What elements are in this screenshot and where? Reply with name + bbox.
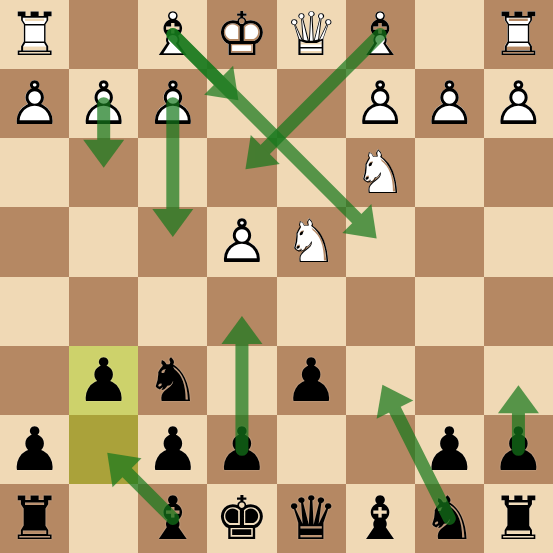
- piece-white-knight-c3[interactable]: ♞♘: [346, 138, 415, 207]
- square-b8[interactable]: ♞: [415, 484, 484, 553]
- square-c5[interactable]: [346, 277, 415, 346]
- chess-board: ♜♖♝♗♚♔♛♕♝♗♜♖♟♙♟♙♟♙♟♙♟♙♟♙♞♘♟♙♞♘♟♞♟♟♟♟♟♟♜♝…: [0, 0, 553, 553]
- square-f2[interactable]: ♟♙: [138, 69, 207, 138]
- square-c4[interactable]: [346, 207, 415, 276]
- piece-white-bishop-c1[interactable]: ♝♗: [346, 0, 415, 69]
- piece-white-pawn-a2[interactable]: ♟♙: [484, 69, 553, 138]
- square-f6[interactable]: ♞: [138, 346, 207, 415]
- square-c6[interactable]: [346, 346, 415, 415]
- piece-black-pawn-g6[interactable]: ♟: [69, 346, 138, 415]
- square-b7[interactable]: ♟: [415, 415, 484, 484]
- square-d6[interactable]: ♟: [277, 346, 346, 415]
- piece-black-rook-h8[interactable]: ♜: [0, 484, 69, 553]
- piece-black-rook-a8[interactable]: ♜: [484, 484, 553, 553]
- square-c3[interactable]: ♞♘: [346, 138, 415, 207]
- piece-black-pawn-b7[interactable]: ♟: [415, 415, 484, 484]
- square-a7[interactable]: ♟: [484, 415, 553, 484]
- piece-black-pawn-f7[interactable]: ♟: [138, 415, 207, 484]
- piece-black-bishop-f8[interactable]: ♝: [138, 484, 207, 553]
- square-a5[interactable]: [484, 277, 553, 346]
- piece-black-queen-d8[interactable]: ♛: [277, 484, 346, 553]
- piece-white-rook-h1[interactable]: ♜♖: [0, 0, 69, 69]
- square-e4[interactable]: ♟♙: [207, 207, 276, 276]
- piece-white-king-e1[interactable]: ♚♔: [207, 0, 276, 69]
- square-c7[interactable]: [346, 415, 415, 484]
- square-e7[interactable]: ♟: [207, 415, 276, 484]
- square-a8[interactable]: ♜: [484, 484, 553, 553]
- square-d2[interactable]: [277, 69, 346, 138]
- piece-white-queen-d1[interactable]: ♛♕: [277, 0, 346, 69]
- square-b4[interactable]: [415, 207, 484, 276]
- piece-black-knight-b8[interactable]: ♞: [415, 484, 484, 553]
- piece-black-bishop-c8[interactable]: ♝: [346, 484, 415, 553]
- square-g1[interactable]: [69, 0, 138, 69]
- square-b3[interactable]: [415, 138, 484, 207]
- piece-white-knight-d4[interactable]: ♞♘: [277, 207, 346, 276]
- square-h5[interactable]: [0, 277, 69, 346]
- square-a1[interactable]: ♜♖: [484, 0, 553, 69]
- piece-white-bishop-f1[interactable]: ♝♗: [138, 0, 207, 69]
- square-d1[interactable]: ♛♕: [277, 0, 346, 69]
- square-f1[interactable]: ♝♗: [138, 0, 207, 69]
- square-d5[interactable]: [277, 277, 346, 346]
- square-g2[interactable]: ♟♙: [69, 69, 138, 138]
- square-h7[interactable]: ♟: [0, 415, 69, 484]
- square-c1[interactable]: ♝♗: [346, 0, 415, 69]
- square-d7[interactable]: [277, 415, 346, 484]
- square-e3[interactable]: [207, 138, 276, 207]
- square-h1[interactable]: ♜♖: [0, 0, 69, 69]
- square-g3[interactable]: [69, 138, 138, 207]
- square-a4[interactable]: [484, 207, 553, 276]
- piece-black-pawn-a7[interactable]: ♟: [484, 415, 553, 484]
- square-a2[interactable]: ♟♙: [484, 69, 553, 138]
- square-a6[interactable]: [484, 346, 553, 415]
- square-g4[interactable]: [69, 207, 138, 276]
- piece-white-pawn-b2[interactable]: ♟♙: [415, 69, 484, 138]
- piece-black-knight-f6[interactable]: ♞: [138, 346, 207, 415]
- square-e6[interactable]: [207, 346, 276, 415]
- square-d8[interactable]: ♛: [277, 484, 346, 553]
- piece-white-pawn-c2[interactable]: ♟♙: [346, 69, 415, 138]
- piece-black-king-e8[interactable]: ♚: [207, 484, 276, 553]
- square-c8[interactable]: ♝: [346, 484, 415, 553]
- square-g8[interactable]: [69, 484, 138, 553]
- square-b1[interactable]: [415, 0, 484, 69]
- square-h3[interactable]: [0, 138, 69, 207]
- square-g7[interactable]: [69, 415, 138, 484]
- square-b2[interactable]: ♟♙: [415, 69, 484, 138]
- piece-black-pawn-h7[interactable]: ♟: [0, 415, 69, 484]
- square-g5[interactable]: [69, 277, 138, 346]
- square-h6[interactable]: [0, 346, 69, 415]
- square-f5[interactable]: [138, 277, 207, 346]
- square-e1[interactable]: ♚♔: [207, 0, 276, 69]
- piece-black-pawn-d6[interactable]: ♟: [277, 346, 346, 415]
- square-g6[interactable]: ♟: [69, 346, 138, 415]
- square-a3[interactable]: [484, 138, 553, 207]
- square-f7[interactable]: ♟: [138, 415, 207, 484]
- square-f4[interactable]: [138, 207, 207, 276]
- piece-black-pawn-e7[interactable]: ♟: [207, 415, 276, 484]
- piece-white-pawn-g2[interactable]: ♟♙: [69, 69, 138, 138]
- square-d4[interactable]: ♞♘: [277, 207, 346, 276]
- square-b6[interactable]: [415, 346, 484, 415]
- square-h8[interactable]: ♜: [0, 484, 69, 553]
- board-container: ♜♖♝♗♚♔♛♕♝♗♜♖♟♙♟♙♟♙♟♙♟♙♟♙♞♘♟♙♞♘♟♞♟♟♟♟♟♟♜♝…: [0, 0, 553, 553]
- square-d3[interactable]: [277, 138, 346, 207]
- piece-white-pawn-h2[interactable]: ♟♙: [0, 69, 69, 138]
- square-c2[interactable]: ♟♙: [346, 69, 415, 138]
- square-e2[interactable]: [207, 69, 276, 138]
- square-f3[interactable]: [138, 138, 207, 207]
- square-b5[interactable]: [415, 277, 484, 346]
- piece-white-pawn-f2[interactable]: ♟♙: [138, 69, 207, 138]
- square-h2[interactable]: ♟♙: [0, 69, 69, 138]
- square-e5[interactable]: [207, 277, 276, 346]
- square-e8[interactable]: ♚: [207, 484, 276, 553]
- piece-white-pawn-e4[interactable]: ♟♙: [207, 207, 276, 276]
- piece-white-rook-a1[interactable]: ♜♖: [484, 0, 553, 69]
- square-f8[interactable]: ♝: [138, 484, 207, 553]
- square-h4[interactable]: [0, 207, 69, 276]
